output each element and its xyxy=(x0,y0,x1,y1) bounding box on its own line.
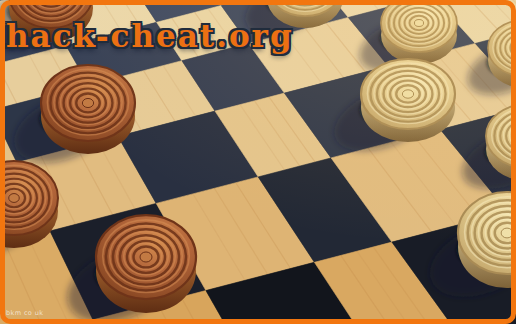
checkers-photo-screenshot: hack-cheat.org bkm co uk xyxy=(0,0,516,324)
corner-caption: bkm co uk xyxy=(6,309,43,317)
watermark-text: hack-cheat.org xyxy=(6,18,294,54)
